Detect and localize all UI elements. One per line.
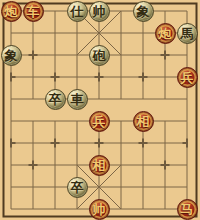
piece-olive-soldier[interactable]: 卒 xyxy=(45,89,66,110)
piece-olive-advisor[interactable]: 仕 xyxy=(67,1,88,22)
piece-red-horse[interactable]: 马 xyxy=(177,199,198,220)
piece-red-soldier[interactable]: 兵 xyxy=(177,67,198,88)
piece-red-cannon[interactable]: 炮 xyxy=(1,1,22,22)
piece-olive-soldier[interactable]: 卒 xyxy=(67,177,88,198)
piece-olive-horse[interactable]: 馬 xyxy=(177,23,198,44)
piece-red-elephant[interactable]: 相 xyxy=(133,111,154,132)
piece-olive-general[interactable]: 帅 xyxy=(89,1,110,22)
piece-olive-elephant[interactable]: 象 xyxy=(1,45,22,66)
piece-red-cannon[interactable]: 炮 xyxy=(155,23,176,44)
piece-olive-chariot[interactable]: 車 xyxy=(67,89,88,110)
piece-olive-elephant[interactable]: 象 xyxy=(133,1,154,22)
piece-red-chariot[interactable]: 车 xyxy=(23,1,44,22)
piece-red-elephant[interactable]: 相 xyxy=(89,155,110,176)
piece-olive-cannon[interactable]: 砲 xyxy=(89,45,110,66)
piece-red-general[interactable]: 帅 xyxy=(89,199,110,220)
piece-red-soldier[interactable]: 兵 xyxy=(89,111,110,132)
xiangqi-board[interactable]: 炮车仕帅象炮馬象砲兵卒車兵相相卒帅马 xyxy=(0,0,200,220)
